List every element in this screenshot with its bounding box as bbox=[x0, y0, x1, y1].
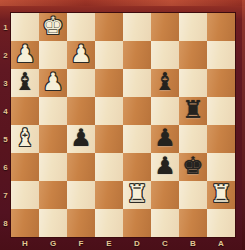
piece-black-pawn-c6[interactable]: ♟ bbox=[154, 154, 176, 178]
square-c1[interactable] bbox=[151, 13, 179, 41]
square-c4[interactable] bbox=[151, 97, 179, 125]
square-c5[interactable]: ♟ bbox=[151, 125, 179, 153]
piece-black-king-b6[interactable]: ♚ bbox=[182, 154, 204, 178]
rank-label-7: 7 bbox=[0, 181, 11, 209]
file-label-f: F bbox=[67, 237, 95, 250]
piece-black-bishop-h3[interactable]: ♝ bbox=[14, 70, 36, 94]
rank-label-3: 3 bbox=[0, 69, 11, 97]
square-e1[interactable] bbox=[95, 13, 123, 41]
square-a7[interactable]: ♜ bbox=[207, 181, 235, 209]
chessboard-frame: ♚♟♟♝♟♝♜♝♟♟♟♚♜♜ 12345678HGFEDCBA bbox=[0, 0, 245, 250]
square-f6[interactable] bbox=[67, 153, 95, 181]
square-g3[interactable]: ♟ bbox=[39, 69, 67, 97]
square-d8[interactable] bbox=[123, 209, 151, 237]
file-label-h: H bbox=[11, 237, 39, 250]
square-f1[interactable] bbox=[67, 13, 95, 41]
file-label-g: G bbox=[39, 237, 67, 250]
square-c7[interactable] bbox=[151, 181, 179, 209]
square-b8[interactable] bbox=[179, 209, 207, 237]
square-e8[interactable] bbox=[95, 209, 123, 237]
square-a1[interactable] bbox=[207, 13, 235, 41]
piece-white-pawn-f2[interactable]: ♟ bbox=[70, 42, 92, 66]
square-b4[interactable]: ♜ bbox=[179, 97, 207, 125]
square-h5[interactable]: ♝ bbox=[11, 125, 39, 153]
piece-white-rook-a7[interactable]: ♜ bbox=[210, 182, 232, 206]
rank-label-2: 2 bbox=[0, 41, 11, 69]
piece-white-pawn-h2[interactable]: ♟ bbox=[14, 42, 36, 66]
piece-black-bishop-c3[interactable]: ♝ bbox=[154, 70, 176, 94]
square-h7[interactable] bbox=[11, 181, 39, 209]
square-f2[interactable]: ♟ bbox=[67, 41, 95, 69]
square-h6[interactable] bbox=[11, 153, 39, 181]
square-c3[interactable]: ♝ bbox=[151, 69, 179, 97]
square-c6[interactable]: ♟ bbox=[151, 153, 179, 181]
square-h1[interactable] bbox=[11, 13, 39, 41]
square-e4[interactable] bbox=[95, 97, 123, 125]
square-h3[interactable]: ♝ bbox=[11, 69, 39, 97]
piece-black-pawn-f5[interactable]: ♟ bbox=[70, 126, 92, 150]
square-f8[interactable] bbox=[67, 209, 95, 237]
square-d5[interactable] bbox=[123, 125, 151, 153]
square-a3[interactable] bbox=[207, 69, 235, 97]
piece-white-pawn-g3[interactable]: ♟ bbox=[42, 70, 64, 94]
piece-black-pawn-c5[interactable]: ♟ bbox=[154, 126, 176, 150]
square-b3[interactable] bbox=[179, 69, 207, 97]
square-f4[interactable] bbox=[67, 97, 95, 125]
square-g1[interactable]: ♚ bbox=[39, 13, 67, 41]
square-d4[interactable] bbox=[123, 97, 151, 125]
rank-label-1: 1 bbox=[0, 13, 11, 41]
rank-label-6: 6 bbox=[0, 153, 11, 181]
square-a2[interactable] bbox=[207, 41, 235, 69]
piece-black-rook-b4[interactable]: ♜ bbox=[182, 98, 204, 122]
piece-white-bishop-h5[interactable]: ♝ bbox=[14, 126, 36, 150]
square-d3[interactable] bbox=[123, 69, 151, 97]
square-a4[interactable] bbox=[207, 97, 235, 125]
square-a5[interactable] bbox=[207, 125, 235, 153]
square-h2[interactable]: ♟ bbox=[11, 41, 39, 69]
square-g8[interactable] bbox=[39, 209, 67, 237]
square-e6[interactable] bbox=[95, 153, 123, 181]
square-e3[interactable] bbox=[95, 69, 123, 97]
square-g7[interactable] bbox=[39, 181, 67, 209]
piece-white-king-g1[interactable]: ♚ bbox=[42, 14, 64, 38]
square-e7[interactable] bbox=[95, 181, 123, 209]
square-d7[interactable]: ♜ bbox=[123, 181, 151, 209]
square-g4[interactable] bbox=[39, 97, 67, 125]
file-label-d: D bbox=[123, 237, 151, 250]
square-c8[interactable] bbox=[151, 209, 179, 237]
square-a6[interactable] bbox=[207, 153, 235, 181]
file-label-c: C bbox=[151, 237, 179, 250]
square-e5[interactable] bbox=[95, 125, 123, 153]
square-f3[interactable] bbox=[67, 69, 95, 97]
square-g6[interactable] bbox=[39, 153, 67, 181]
square-e2[interactable] bbox=[95, 41, 123, 69]
file-label-e: E bbox=[95, 237, 123, 250]
chessboard: ♚♟♟♝♟♝♜♝♟♟♟♚♜♜ bbox=[11, 13, 235, 237]
square-b2[interactable] bbox=[179, 41, 207, 69]
square-b1[interactable] bbox=[179, 13, 207, 41]
square-b5[interactable] bbox=[179, 125, 207, 153]
square-g2[interactable] bbox=[39, 41, 67, 69]
square-g5[interactable] bbox=[39, 125, 67, 153]
rank-label-4: 4 bbox=[0, 97, 11, 125]
square-b6[interactable]: ♚ bbox=[179, 153, 207, 181]
square-h8[interactable] bbox=[11, 209, 39, 237]
square-f7[interactable] bbox=[67, 181, 95, 209]
square-d2[interactable] bbox=[123, 41, 151, 69]
square-d6[interactable] bbox=[123, 153, 151, 181]
square-c2[interactable] bbox=[151, 41, 179, 69]
rank-label-8: 8 bbox=[0, 209, 11, 237]
square-h4[interactable] bbox=[11, 97, 39, 125]
square-a8[interactable] bbox=[207, 209, 235, 237]
piece-white-rook-d7[interactable]: ♜ bbox=[126, 182, 148, 206]
square-f5[interactable]: ♟ bbox=[67, 125, 95, 153]
file-label-b: B bbox=[179, 237, 207, 250]
rank-label-5: 5 bbox=[0, 125, 11, 153]
square-d1[interactable] bbox=[123, 13, 151, 41]
file-label-a: A bbox=[207, 237, 235, 250]
square-b7[interactable] bbox=[179, 181, 207, 209]
